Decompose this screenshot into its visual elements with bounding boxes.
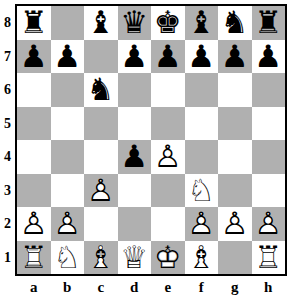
square-h2[interactable]: ♟♙ — [252, 207, 286, 241]
rank-labels: 87654321 — [0, 6, 15, 274]
white-piece-outline-layer: ♙ — [252, 207, 286, 241]
white-piece-outline-layer: ♙ — [51, 207, 85, 241]
file-label-c: c — [84, 277, 118, 297]
piece-white-pawn: ♟♙ — [185, 207, 219, 241]
square-d3[interactable] — [118, 174, 152, 208]
piece-black-king: ♚ — [151, 6, 185, 40]
square-e1[interactable]: ♚♔ — [151, 241, 185, 275]
black-piece-glyph: ♟ — [17, 40, 51, 74]
file-label-b: b — [51, 277, 85, 297]
piece-white-pawn: ♟♙ — [218, 207, 252, 241]
square-d7[interactable]: ♟ — [118, 40, 152, 74]
square-f5[interactable] — [185, 107, 219, 141]
square-g3[interactable] — [218, 174, 252, 208]
white-piece-outline-layer: ♔ — [151, 241, 185, 275]
piece-white-pawn: ♟♙ — [51, 207, 85, 241]
piece-white-pawn: ♟♙ — [151, 140, 185, 174]
piece-black-pawn: ♟ — [252, 40, 286, 74]
piece-black-knight: ♞ — [218, 6, 252, 40]
square-g1[interactable] — [218, 241, 252, 275]
piece-black-pawn: ♟ — [17, 40, 51, 74]
piece-black-bishop: ♝ — [84, 6, 118, 40]
square-h4[interactable] — [252, 140, 286, 174]
piece-black-rook: ♜ — [17, 6, 51, 40]
piece-white-knight: ♞♘ — [51, 241, 85, 275]
square-e7[interactable]: ♟ — [151, 40, 185, 74]
piece-black-pawn: ♟ — [185, 40, 219, 74]
square-a2[interactable]: ♟♙ — [17, 207, 51, 241]
white-piece-outline-layer: ♘ — [51, 241, 85, 275]
square-a3[interactable] — [17, 174, 51, 208]
piece-white-king: ♚♔ — [151, 241, 185, 275]
black-piece-glyph: ♝ — [185, 6, 219, 40]
file-label-g: g — [218, 277, 252, 297]
piece-white-pawn: ♟♙ — [252, 207, 286, 241]
square-c6[interactable]: ♞ — [84, 73, 118, 107]
square-c7[interactable] — [84, 40, 118, 74]
piece-black-pawn: ♟ — [118, 140, 152, 174]
square-e2[interactable] — [151, 207, 185, 241]
square-f3[interactable]: ♞♘ — [185, 174, 219, 208]
square-d8[interactable]: ♛ — [118, 6, 152, 40]
square-a8[interactable]: ♜ — [17, 6, 51, 40]
black-piece-glyph: ♟ — [252, 40, 286, 74]
file-label-f: f — [185, 277, 219, 297]
square-a4[interactable] — [17, 140, 51, 174]
piece-white-knight: ♞♘ — [185, 174, 219, 208]
piece-white-bishop: ♝♗ — [185, 241, 219, 275]
piece-black-pawn: ♟ — [118, 40, 152, 74]
black-piece-glyph: ♟ — [151, 40, 185, 74]
piece-white-queen: ♛♕ — [118, 241, 152, 275]
square-d5[interactable] — [118, 107, 152, 141]
square-c3[interactable]: ♟♙ — [84, 174, 118, 208]
square-g6[interactable] — [218, 73, 252, 107]
rank-label-5: 5 — [0, 107, 15, 141]
black-piece-glyph: ♝ — [84, 6, 118, 40]
square-e5[interactable] — [151, 107, 185, 141]
square-g4[interactable] — [218, 140, 252, 174]
square-b6[interactable] — [51, 73, 85, 107]
square-f1[interactable]: ♝♗ — [185, 241, 219, 275]
piece-white-pawn: ♟♙ — [17, 207, 51, 241]
piece-white-pawn: ♟♙ — [84, 174, 118, 208]
square-d2[interactable] — [118, 207, 152, 241]
white-piece-outline-layer: ♙ — [218, 207, 252, 241]
chess-diagram: 87654321 ♜♝♛♚♝♞♜♟♟♟♟♟♟♟♞♟♟♙♟♙♞♘♟♙♟♙♟♙♟♙♟… — [0, 0, 296, 298]
black-piece-glyph: ♚ — [151, 6, 185, 40]
black-piece-glyph: ♜ — [17, 6, 51, 40]
square-d1[interactable]: ♛♕ — [118, 241, 152, 275]
piece-black-rook: ♜ — [252, 6, 286, 40]
piece-white-bishop: ♝♗ — [84, 241, 118, 275]
square-b4[interactable] — [51, 140, 85, 174]
square-g7[interactable]: ♟ — [218, 40, 252, 74]
square-h5[interactable] — [252, 107, 286, 141]
square-c1[interactable]: ♝♗ — [84, 241, 118, 275]
square-a7[interactable]: ♟ — [17, 40, 51, 74]
white-piece-outline-layer: ♙ — [185, 207, 219, 241]
rank-label-8: 8 — [0, 6, 15, 40]
square-e4[interactable]: ♟♙ — [151, 140, 185, 174]
file-label-h: h — [252, 277, 286, 297]
white-piece-outline-layer: ♗ — [185, 241, 219, 275]
file-labels: abcdefgh — [17, 277, 285, 297]
square-b7[interactable]: ♟ — [51, 40, 85, 74]
white-piece-outline-layer: ♙ — [151, 140, 185, 174]
square-c8[interactable]: ♝ — [84, 6, 118, 40]
piece-black-knight: ♞ — [84, 73, 118, 107]
square-f4[interactable] — [185, 140, 219, 174]
square-c5[interactable] — [84, 107, 118, 141]
white-piece-outline-layer: ♙ — [17, 207, 51, 241]
square-b1[interactable]: ♞♘ — [51, 241, 85, 275]
black-piece-glyph: ♞ — [84, 73, 118, 107]
piece-black-pawn: ♟ — [51, 40, 85, 74]
chess-board: ♜♝♛♚♝♞♜♟♟♟♟♟♟♟♞♟♟♙♟♙♞♘♟♙♟♙♟♙♟♙♟♙♜♖♞♘♝♗♛♕… — [15, 4, 287, 276]
square-e8[interactable]: ♚ — [151, 6, 185, 40]
piece-black-bishop: ♝ — [185, 6, 219, 40]
square-g2[interactable]: ♟♙ — [218, 207, 252, 241]
rank-label-4: 4 — [0, 140, 15, 174]
square-f7[interactable]: ♟ — [185, 40, 219, 74]
file-label-e: e — [151, 277, 185, 297]
piece-black-pawn: ♟ — [151, 40, 185, 74]
black-piece-glyph: ♟ — [118, 140, 152, 174]
white-piece-outline-layer: ♕ — [118, 241, 152, 275]
black-piece-glyph: ♞ — [218, 6, 252, 40]
white-piece-outline-layer: ♗ — [84, 241, 118, 275]
square-f2[interactable]: ♟♙ — [185, 207, 219, 241]
square-d6[interactable] — [118, 73, 152, 107]
square-f6[interactable] — [185, 73, 219, 107]
square-h3[interactable] — [252, 174, 286, 208]
square-a1[interactable]: ♜♖ — [17, 241, 51, 275]
square-h8[interactable]: ♜ — [252, 6, 286, 40]
file-label-a: a — [17, 277, 51, 297]
black-piece-glyph: ♟ — [185, 40, 219, 74]
square-a6[interactable] — [17, 73, 51, 107]
piece-black-queen: ♛ — [118, 6, 152, 40]
black-piece-glyph: ♜ — [252, 6, 286, 40]
white-piece-outline-layer: ♘ — [185, 174, 219, 208]
square-c4[interactable] — [84, 140, 118, 174]
rank-label-1: 1 — [0, 241, 15, 275]
square-b3[interactable] — [51, 174, 85, 208]
square-f8[interactable]: ♝ — [185, 6, 219, 40]
piece-white-rook: ♜♖ — [17, 241, 51, 275]
square-b5[interactable] — [51, 107, 85, 141]
square-d4[interactable]: ♟ — [118, 140, 152, 174]
square-b2[interactable]: ♟♙ — [51, 207, 85, 241]
square-h6[interactable] — [252, 73, 286, 107]
rank-label-7: 7 — [0, 40, 15, 74]
white-piece-outline-layer: ♖ — [17, 241, 51, 275]
square-e6[interactable] — [151, 73, 185, 107]
square-e3[interactable] — [151, 174, 185, 208]
square-g8[interactable]: ♞ — [218, 6, 252, 40]
black-piece-glyph: ♟ — [51, 40, 85, 74]
white-piece-outline-layer: ♖ — [252, 241, 286, 275]
rank-label-2: 2 — [0, 207, 15, 241]
white-piece-outline-layer: ♙ — [84, 174, 118, 208]
square-h1[interactable]: ♜♖ — [252, 241, 286, 275]
black-piece-glyph: ♟ — [118, 40, 152, 74]
square-h7[interactable]: ♟ — [252, 40, 286, 74]
square-b8[interactable] — [51, 6, 85, 40]
piece-white-rook: ♜♖ — [252, 241, 286, 275]
square-a5[interactable] — [17, 107, 51, 141]
square-g5[interactable] — [218, 107, 252, 141]
file-label-d: d — [118, 277, 152, 297]
rank-label-6: 6 — [0, 73, 15, 107]
square-c2[interactable] — [84, 207, 118, 241]
black-piece-glyph: ♟ — [218, 40, 252, 74]
black-piece-glyph: ♛ — [118, 6, 152, 40]
rank-label-3: 3 — [0, 174, 15, 208]
piece-black-pawn: ♟ — [218, 40, 252, 74]
